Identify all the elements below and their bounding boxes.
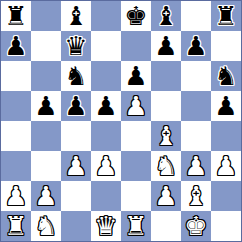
square-e8[interactable]: ♚ — [121, 1, 151, 31]
square-e2[interactable] — [121, 181, 151, 211]
square-f6[interactable] — [151, 61, 181, 91]
square-d5[interactable]: ♟ — [91, 91, 121, 121]
square-h8[interactable]: ♜ — [211, 1, 241, 31]
square-d3[interactable]: ♟ — [91, 151, 121, 181]
square-a3[interactable] — [1, 151, 31, 181]
square-g5[interactable] — [181, 91, 211, 121]
square-d6[interactable] — [91, 61, 121, 91]
square-b2[interactable]: ♟ — [31, 181, 61, 211]
white-bishop[interactable]: ♝ — [184, 181, 207, 211]
square-h5[interactable]: ♟ — [211, 91, 241, 121]
square-a4[interactable] — [1, 121, 31, 151]
square-f3[interactable]: ♞ — [151, 151, 181, 181]
square-f7[interactable]: ♟ — [151, 31, 181, 61]
white-rook[interactable]: ♜ — [4, 211, 27, 241]
black-pawn[interactable]: ♟ — [94, 91, 117, 121]
square-f1[interactable] — [151, 211, 181, 241]
square-g4[interactable] — [181, 121, 211, 151]
square-h6[interactable]: ♞ — [211, 61, 241, 91]
square-b1[interactable]: ♞ — [31, 211, 61, 241]
white-bishop[interactable]: ♝ — [154, 121, 177, 151]
square-a7[interactable]: ♟ — [1, 31, 31, 61]
square-a1[interactable]: ♜ — [1, 211, 31, 241]
black-pawn[interactable]: ♟ — [124, 61, 147, 91]
black-pawn[interactable]: ♟ — [184, 31, 207, 61]
square-h2[interactable] — [211, 181, 241, 211]
white-pawn[interactable]: ♟ — [4, 181, 27, 211]
black-pawn[interactable]: ♟ — [34, 91, 57, 121]
square-e4[interactable] — [121, 121, 151, 151]
square-d4[interactable] — [91, 121, 121, 151]
white-pawn[interactable]: ♟ — [214, 151, 237, 181]
square-h1[interactable] — [211, 211, 241, 241]
white-pawn[interactable]: ♟ — [184, 151, 207, 181]
white-rook[interactable]: ♜ — [124, 211, 147, 241]
white-queen[interactable]: ♛ — [94, 211, 117, 241]
square-c8[interactable]: ♝ — [61, 1, 91, 31]
black-knight[interactable]: ♞ — [214, 61, 237, 91]
square-a6[interactable] — [1, 61, 31, 91]
square-f4[interactable]: ♝ — [151, 121, 181, 151]
square-d1[interactable]: ♛ — [91, 211, 121, 241]
square-c7[interactable]: ♛ — [61, 31, 91, 61]
square-h7[interactable] — [211, 31, 241, 61]
white-knight[interactable]: ♞ — [154, 151, 177, 181]
black-pawn[interactable]: ♟ — [214, 91, 237, 121]
square-b8[interactable] — [31, 1, 61, 31]
white-knight[interactable]: ♞ — [34, 211, 57, 241]
white-pawn[interactable]: ♟ — [34, 181, 57, 211]
square-c4[interactable] — [61, 121, 91, 151]
square-b4[interactable] — [31, 121, 61, 151]
square-a2[interactable]: ♟ — [1, 181, 31, 211]
square-g3[interactable]: ♟ — [181, 151, 211, 181]
square-e5[interactable]: ♟ — [121, 91, 151, 121]
black-bishop[interactable]: ♝ — [154, 1, 177, 31]
white-pawn[interactable]: ♟ — [94, 151, 117, 181]
square-d7[interactable] — [91, 31, 121, 61]
square-g7[interactable]: ♟ — [181, 31, 211, 61]
square-c6[interactable]: ♞ — [61, 61, 91, 91]
white-king[interactable]: ♚ — [184, 211, 207, 241]
square-g2[interactable]: ♝ — [181, 181, 211, 211]
square-d8[interactable] — [91, 1, 121, 31]
square-f8[interactable]: ♝ — [151, 1, 181, 31]
square-b6[interactable] — [31, 61, 61, 91]
black-pawn[interactable]: ♟ — [64, 91, 87, 121]
square-e1[interactable]: ♜ — [121, 211, 151, 241]
square-a8[interactable]: ♜ — [1, 1, 31, 31]
square-e6[interactable]: ♟ — [121, 61, 151, 91]
square-a5[interactable] — [1, 91, 31, 121]
black-queen[interactable]: ♛ — [64, 31, 87, 61]
black-bishop[interactable]: ♝ — [64, 1, 87, 31]
square-c3[interactable]: ♟ — [61, 151, 91, 181]
square-e7[interactable] — [121, 31, 151, 61]
white-pawn[interactable]: ♟ — [154, 181, 177, 211]
square-f2[interactable]: ♟ — [151, 181, 181, 211]
black-rook[interactable]: ♜ — [214, 1, 237, 31]
black-rook[interactable]: ♜ — [4, 1, 27, 31]
black-knight[interactable]: ♞ — [64, 61, 87, 91]
chess-board: ♜♝♚♝♜♟♛♟♟♞♟♞♟♟♟♟♟♝♟♟♞♟♟♟♟♟♝♜♞♛♜♚ — [0, 0, 242, 242]
white-pawn[interactable]: ♟ — [64, 151, 87, 181]
square-c5[interactable]: ♟ — [61, 91, 91, 121]
square-b5[interactable]: ♟ — [31, 91, 61, 121]
square-d2[interactable] — [91, 181, 121, 211]
square-c2[interactable] — [61, 181, 91, 211]
square-g6[interactable] — [181, 61, 211, 91]
square-g1[interactable]: ♚ — [181, 211, 211, 241]
square-g8[interactable] — [181, 1, 211, 31]
square-b3[interactable] — [31, 151, 61, 181]
square-h4[interactable] — [211, 121, 241, 151]
square-b7[interactable] — [31, 31, 61, 61]
black-pawn[interactable]: ♟ — [154, 31, 177, 61]
square-f5[interactable] — [151, 91, 181, 121]
square-c1[interactable] — [61, 211, 91, 241]
square-h3[interactable]: ♟ — [211, 151, 241, 181]
black-king[interactable]: ♚ — [124, 1, 147, 31]
black-pawn[interactable]: ♟ — [4, 31, 27, 61]
square-e3[interactable] — [121, 151, 151, 181]
white-pawn[interactable]: ♟ — [124, 91, 147, 121]
